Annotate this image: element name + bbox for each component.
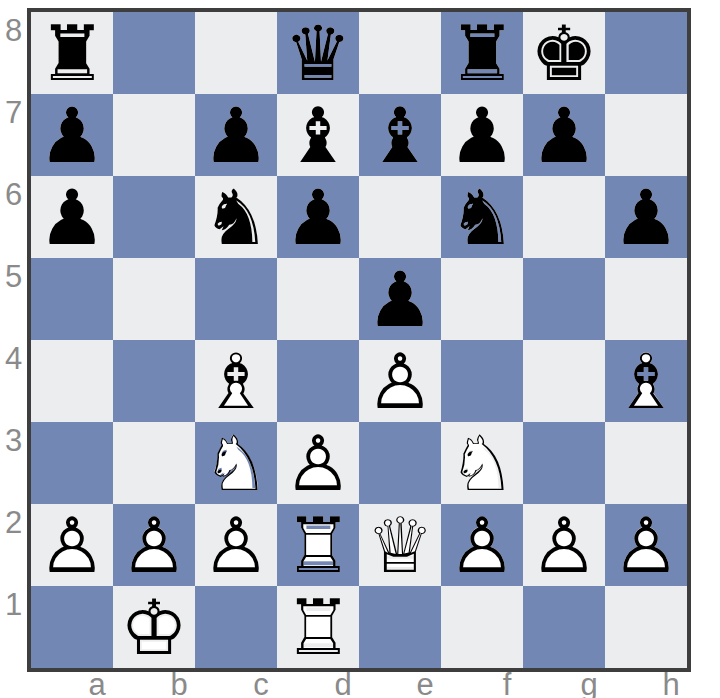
piece-outline-layer: ♙: [113, 504, 195, 586]
piece-fill-layer: ♟: [31, 94, 113, 176]
square-a1[interactable]: [31, 586, 113, 668]
file-label-h: h: [630, 670, 712, 698]
piece-fill-layer: ♞: [195, 422, 277, 504]
square-g7[interactable]: ♟♟: [523, 94, 605, 176]
piece-outline-layer: ♟: [605, 176, 687, 258]
square-f1[interactable]: [441, 586, 523, 668]
piece-outline-layer: ♟: [441, 94, 523, 176]
square-g4[interactable]: [523, 340, 605, 422]
chess-board: ♜♜♛♛♜♜♚♚♟♟♟♟♝♝♝♝♟♟♟♟♟♟♞♞♟♟♞♞♟♟♟♟♝♗♟♙♝♗♞♘…: [31, 12, 687, 668]
piece-outline-layer: ♟: [523, 94, 605, 176]
piece-white-pawn[interactable]: ♟♙: [195, 504, 277, 586]
square-e4[interactable]: ♟♙: [359, 340, 441, 422]
piece-white-pawn[interactable]: ♟♙: [441, 504, 523, 586]
piece-fill-layer: ♝: [277, 94, 359, 176]
rank-label-7: 7: [0, 94, 27, 176]
square-f2[interactable]: ♟♙: [441, 504, 523, 586]
piece-black-pawn[interactable]: ♟♟: [195, 94, 277, 176]
square-g6[interactable]: [523, 176, 605, 258]
square-c3[interactable]: ♞♘: [195, 422, 277, 504]
square-f3[interactable]: ♞♘: [441, 422, 523, 504]
piece-outline-layer: ♘: [195, 422, 277, 504]
file-label-e: e: [384, 670, 466, 698]
piece-fill-layer: ♜: [441, 12, 523, 94]
square-e1[interactable]: [359, 586, 441, 668]
piece-fill-layer: ♞: [441, 176, 523, 258]
square-h3[interactable]: [605, 422, 687, 504]
piece-fill-layer: ♛: [277, 12, 359, 94]
piece-fill-layer: ♟: [441, 504, 523, 586]
piece-outline-layer: ♙: [359, 340, 441, 422]
piece-outline-layer: ♜: [441, 12, 523, 94]
piece-fill-layer: ♛: [359, 504, 441, 586]
piece-white-rook[interactable]: ♜♖: [277, 586, 359, 668]
square-b1[interactable]: ♚♔: [113, 586, 195, 668]
rank-label-4: 4: [0, 340, 27, 422]
piece-black-pawn[interactable]: ♟♟: [31, 94, 113, 176]
piece-black-pawn[interactable]: ♟♟: [523, 94, 605, 176]
square-d7[interactable]: ♝♝: [277, 94, 359, 176]
square-f4[interactable]: [441, 340, 523, 422]
file-label-c: c: [220, 670, 302, 698]
piece-outline-layer: ♙: [441, 504, 523, 586]
piece-outline-layer: ♞: [441, 176, 523, 258]
piece-fill-layer: ♟: [31, 504, 113, 586]
square-e2[interactable]: ♛♕: [359, 504, 441, 586]
piece-outline-layer: ♟: [31, 176, 113, 258]
square-g8[interactable]: ♚♚: [523, 12, 605, 94]
square-b2[interactable]: ♟♙: [113, 504, 195, 586]
piece-fill-layer: ♚: [523, 12, 605, 94]
piece-white-pawn[interactable]: ♟♙: [523, 504, 605, 586]
square-e6[interactable]: [359, 176, 441, 258]
square-b7[interactable]: [113, 94, 195, 176]
piece-fill-layer: ♜: [31, 12, 113, 94]
square-e7[interactable]: ♝♝: [359, 94, 441, 176]
piece-white-bishop[interactable]: ♝♗: [605, 340, 687, 422]
piece-outline-layer: ♜: [31, 12, 113, 94]
file-labels: abcdefgh: [31, 670, 687, 698]
square-c5[interactable]: [195, 258, 277, 340]
piece-outline-layer: ♟: [359, 258, 441, 340]
rank-labels: 87654321: [0, 12, 27, 668]
piece-white-queen[interactable]: ♛♕: [359, 504, 441, 586]
piece-outline-layer: ♝: [359, 94, 441, 176]
piece-fill-layer: ♟: [441, 94, 523, 176]
square-c6[interactable]: ♞♞: [195, 176, 277, 258]
rank-label-2: 2: [0, 504, 27, 586]
square-d2[interactable]: ♜♖: [277, 504, 359, 586]
piece-outline-layer: ♛: [277, 12, 359, 94]
piece-black-knight[interactable]: ♞♞: [195, 176, 277, 258]
piece-fill-layer: ♞: [195, 176, 277, 258]
piece-outline-layer: ♕: [359, 504, 441, 586]
piece-fill-layer: ♜: [277, 504, 359, 586]
piece-outline-layer: ♙: [195, 504, 277, 586]
piece-black-pawn[interactable]: ♟♟: [277, 176, 359, 258]
square-d1[interactable]: ♜♖: [277, 586, 359, 668]
piece-white-pawn[interactable]: ♟♙: [277, 422, 359, 504]
piece-outline-layer: ♙: [523, 504, 605, 586]
piece-fill-layer: ♟: [277, 176, 359, 258]
rank-label-5: 5: [0, 258, 27, 340]
piece-white-king[interactable]: ♚♔: [113, 586, 195, 668]
file-label-f: f: [466, 670, 548, 698]
piece-fill-layer: ♜: [277, 586, 359, 668]
square-h8[interactable]: [605, 12, 687, 94]
square-f7[interactable]: ♟♟: [441, 94, 523, 176]
square-b5[interactable]: [113, 258, 195, 340]
piece-fill-layer: ♟: [195, 94, 277, 176]
square-a4[interactable]: [31, 340, 113, 422]
piece-outline-layer: ♗: [195, 340, 277, 422]
square-d5[interactable]: [277, 258, 359, 340]
piece-fill-layer: ♟: [523, 504, 605, 586]
square-a8[interactable]: ♜♜: [31, 12, 113, 94]
piece-white-pawn[interactable]: ♟♙: [113, 504, 195, 586]
piece-fill-layer: ♟: [605, 176, 687, 258]
square-f6[interactable]: ♞♞: [441, 176, 523, 258]
square-d4[interactable]: [277, 340, 359, 422]
square-h2[interactable]: ♟♙: [605, 504, 687, 586]
square-d6[interactable]: ♟♟: [277, 176, 359, 258]
square-a3[interactable]: [31, 422, 113, 504]
piece-outline-layer: ♘: [441, 422, 523, 504]
piece-fill-layer: ♟: [277, 422, 359, 504]
square-c8[interactable]: [195, 12, 277, 94]
piece-outline-layer: ♙: [31, 504, 113, 586]
square-a6[interactable]: ♟♟: [31, 176, 113, 258]
square-d8[interactable]: ♛♛: [277, 12, 359, 94]
piece-outline-layer: ♞: [195, 176, 277, 258]
rank-label-8: 8: [0, 12, 27, 94]
piece-black-rook[interactable]: ♜♜: [441, 12, 523, 94]
piece-fill-layer: ♟: [31, 176, 113, 258]
square-h7[interactable]: [605, 94, 687, 176]
board-frame: ♜♜♛♛♜♜♚♚♟♟♟♟♝♝♝♝♟♟♟♟♟♟♞♞♟♟♞♞♟♟♟♟♝♗♟♙♝♗♞♘…: [27, 8, 691, 672]
piece-fill-layer: ♟: [359, 258, 441, 340]
square-b8[interactable]: [113, 12, 195, 94]
piece-fill-layer: ♝: [359, 94, 441, 176]
square-b4[interactable]: [113, 340, 195, 422]
piece-fill-layer: ♟: [195, 504, 277, 586]
piece-outline-layer: ♖: [277, 586, 359, 668]
square-c7[interactable]: ♟♟: [195, 94, 277, 176]
square-g3[interactable]: [523, 422, 605, 504]
piece-white-pawn[interactable]: ♟♙: [31, 504, 113, 586]
square-b3[interactable]: [113, 422, 195, 504]
square-e3[interactable]: [359, 422, 441, 504]
piece-white-knight[interactable]: ♞♘: [441, 422, 523, 504]
piece-white-bishop[interactable]: ♝♗: [195, 340, 277, 422]
square-e8[interactable]: [359, 12, 441, 94]
piece-outline-layer: ♟: [31, 94, 113, 176]
square-h6[interactable]: ♟♟: [605, 176, 687, 258]
piece-white-knight[interactable]: ♞♘: [195, 422, 277, 504]
square-c1[interactable]: [195, 586, 277, 668]
piece-white-rook[interactable]: ♜♖: [277, 504, 359, 586]
rank-label-3: 3: [0, 422, 27, 504]
piece-black-bishop[interactable]: ♝♝: [359, 94, 441, 176]
square-h5[interactable]: [605, 258, 687, 340]
piece-white-pawn[interactable]: ♟♙: [359, 340, 441, 422]
piece-fill-layer: ♟: [113, 504, 195, 586]
file-label-g: g: [548, 670, 630, 698]
chess-diagram: 87654321 ♜♜♛♛♜♜♚♚♟♟♟♟♝♝♝♝♟♟♟♟♟♟♞♞♟♟♞♞♟♟♟…: [0, 0, 720, 698]
piece-outline-layer: ♚: [523, 12, 605, 94]
piece-outline-layer: ♙: [605, 504, 687, 586]
piece-black-king[interactable]: ♚♚: [523, 12, 605, 94]
file-label-a: a: [56, 670, 138, 698]
piece-white-pawn[interactable]: ♟♙: [605, 504, 687, 586]
square-a2[interactable]: ♟♙: [31, 504, 113, 586]
piece-fill-layer: ♟: [359, 340, 441, 422]
piece-outline-layer: ♝: [277, 94, 359, 176]
piece-outline-layer: ♟: [195, 94, 277, 176]
piece-fill-layer: ♟: [605, 504, 687, 586]
file-label-d: d: [302, 670, 384, 698]
piece-fill-layer: ♝: [195, 340, 277, 422]
piece-outline-layer: ♖: [277, 504, 359, 586]
square-d3[interactable]: ♟♙: [277, 422, 359, 504]
piece-black-queen[interactable]: ♛♛: [277, 12, 359, 94]
piece-outline-layer: ♔: [113, 586, 195, 668]
piece-fill-layer: ♞: [441, 422, 523, 504]
rank-label-6: 6: [0, 176, 27, 258]
square-c2[interactable]: ♟♙: [195, 504, 277, 586]
piece-fill-layer: ♟: [523, 94, 605, 176]
square-h4[interactable]: ♝♗: [605, 340, 687, 422]
piece-outline-layer: ♟: [277, 176, 359, 258]
piece-fill-layer: ♝: [605, 340, 687, 422]
square-a7[interactable]: ♟♟: [31, 94, 113, 176]
piece-black-rook[interactable]: ♜♜: [31, 12, 113, 94]
square-g5[interactable]: [523, 258, 605, 340]
square-b6[interactable]: [113, 176, 195, 258]
file-label-b: b: [138, 670, 220, 698]
square-h1[interactable]: [605, 586, 687, 668]
piece-black-pawn[interactable]: ♟♟: [441, 94, 523, 176]
piece-outline-layer: ♗: [605, 340, 687, 422]
piece-black-pawn[interactable]: ♟♟: [605, 176, 687, 258]
square-f8[interactable]: ♜♜: [441, 12, 523, 94]
piece-black-pawn[interactable]: ♟♟: [359, 258, 441, 340]
piece-black-pawn[interactable]: ♟♟: [31, 176, 113, 258]
square-e5[interactable]: ♟♟: [359, 258, 441, 340]
rank-label-1: 1: [0, 586, 27, 668]
piece-black-knight[interactable]: ♞♞: [441, 176, 523, 258]
square-g1[interactable]: [523, 586, 605, 668]
square-c4[interactable]: ♝♗: [195, 340, 277, 422]
square-f5[interactable]: [441, 258, 523, 340]
square-g2[interactable]: ♟♙: [523, 504, 605, 586]
piece-fill-layer: ♚: [113, 586, 195, 668]
piece-black-bishop[interactable]: ♝♝: [277, 94, 359, 176]
piece-outline-layer: ♙: [277, 422, 359, 504]
square-a5[interactable]: [31, 258, 113, 340]
